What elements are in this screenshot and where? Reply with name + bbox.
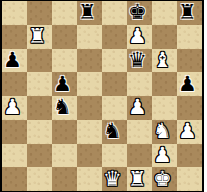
square-d4[interactable] [77,96,102,120]
square-a7[interactable] [2,25,27,49]
square-c6[interactable] [52,49,77,73]
piece-white-bishop: ♝ [153,50,172,71]
square-e8[interactable] [102,1,127,25]
square-a3[interactable] [2,120,27,144]
piece-white-rook: ♜ [28,26,47,47]
piece-white-pawn: ♟ [128,97,147,118]
square-b5[interactable] [27,72,52,96]
square-b7[interactable]: ♜ [27,25,52,49]
square-g8[interactable] [152,1,177,25]
square-d6[interactable] [77,49,102,73]
square-f2[interactable] [127,144,152,168]
square-b8[interactable] [27,1,52,25]
piece-black-pawn: ♟ [53,74,72,95]
square-e2[interactable] [102,144,127,168]
square-d5[interactable] [77,72,102,96]
square-f6[interactable]: ♛ [127,49,152,73]
chess-diagram: ♜♚♜♜♟♟♛♝♟♟♟♞♟♞♞♟♟♛♜♚ [0,0,207,192]
square-b6[interactable] [27,49,52,73]
square-a4[interactable]: ♟ [2,96,27,120]
square-b2[interactable] [27,144,52,168]
square-d1[interactable] [77,167,102,191]
piece-white-pawn: ♟ [178,121,197,142]
square-h3[interactable]: ♟ [177,120,202,144]
piece-black-rook: ♜ [78,2,97,23]
square-h4[interactable] [177,96,202,120]
piece-black-knight: ♞ [53,97,72,118]
square-b3[interactable] [27,120,52,144]
square-d2[interactable] [77,144,102,168]
piece-black-pawn: ♟ [3,50,22,71]
square-d3[interactable] [77,120,102,144]
square-g3[interactable]: ♞ [152,120,177,144]
square-h6[interactable] [177,49,202,73]
square-a1[interactable] [2,167,27,191]
square-e6[interactable] [102,49,127,73]
piece-white-knight: ♞ [153,121,172,142]
square-g6[interactable]: ♝ [152,49,177,73]
square-f3[interactable] [127,120,152,144]
piece-black-king: ♚ [128,2,147,23]
square-g7[interactable] [152,25,177,49]
square-a8[interactable] [2,1,27,25]
square-c2[interactable] [52,144,77,168]
piece-white-pawn: ♟ [3,97,22,118]
square-h5[interactable]: ♟ [177,72,202,96]
piece-black-rook: ♜ [178,2,197,23]
square-h7[interactable] [177,25,202,49]
piece-black-queen: ♛ [128,50,147,71]
square-e3[interactable]: ♞ [102,120,127,144]
square-h1[interactable] [177,167,202,191]
square-f4[interactable]: ♟ [127,96,152,120]
square-h8[interactable]: ♜ [177,1,202,25]
square-a6[interactable]: ♟ [2,49,27,73]
piece-white-rook: ♜ [128,169,147,190]
square-a5[interactable] [2,72,27,96]
square-c4[interactable]: ♞ [52,96,77,120]
square-b1[interactable] [27,167,52,191]
square-d8[interactable]: ♜ [77,1,102,25]
square-d7[interactable] [77,25,102,49]
square-b4[interactable] [27,96,52,120]
square-c8[interactable] [52,1,77,25]
piece-black-knight: ♞ [103,121,122,142]
piece-white-king: ♚ [153,169,172,190]
square-c1[interactable] [52,167,77,191]
square-c3[interactable] [52,120,77,144]
square-e4[interactable] [102,96,127,120]
square-e1[interactable]: ♛ [102,167,127,191]
square-c5[interactable]: ♟ [52,72,77,96]
square-c7[interactable] [52,25,77,49]
square-g5[interactable] [152,72,177,96]
square-h2[interactable] [177,144,202,168]
square-f8[interactable]: ♚ [127,1,152,25]
square-g1[interactable]: ♚ [152,167,177,191]
piece-white-pawn: ♟ [153,145,172,166]
square-e7[interactable] [102,25,127,49]
right-gutter [204,0,207,192]
square-f1[interactable]: ♜ [127,167,152,191]
square-f5[interactable] [127,72,152,96]
piece-black-pawn: ♟ [178,74,197,95]
square-g4[interactable] [152,96,177,120]
square-e5[interactable] [102,72,127,96]
square-g2[interactable]: ♟ [152,144,177,168]
piece-white-queen: ♛ [103,169,122,190]
chess-board: ♜♚♜♜♟♟♛♝♟♟♟♞♟♞♞♟♟♛♜♚ [0,0,204,192]
square-a2[interactable] [2,144,27,168]
square-f7[interactable]: ♟ [127,25,152,49]
piece-white-pawn: ♟ [128,26,147,47]
